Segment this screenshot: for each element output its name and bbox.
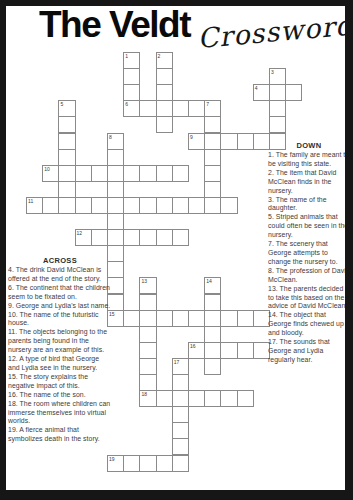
clue-item: 10. The name of the futuristic house. <box>8 311 112 329</box>
grid-cell[interactable] <box>58 133 75 150</box>
clue-number: 4 <box>255 85 258 91</box>
grid-cell[interactable] <box>156 455 173 472</box>
clue-number: 17 <box>174 359 180 365</box>
clue-item: 18. The room where children can immerse … <box>8 400 112 427</box>
grid-cell[interactable] <box>107 197 124 214</box>
clue-number: 19 <box>109 456 115 462</box>
clue-item: 13. The parents decided to take this bas… <box>268 285 350 312</box>
across-clue-list: 4. The drink David McClean is offered at… <box>8 266 112 444</box>
grid-cell[interactable] <box>139 165 156 182</box>
grid-cell[interactable] <box>123 197 140 214</box>
grid-cell[interactable] <box>107 213 124 230</box>
grid-cell[interactable] <box>91 197 108 214</box>
grid-cell[interactable] <box>172 229 189 246</box>
clue-number: 5 <box>60 101 63 107</box>
grid-cell[interactable] <box>156 165 173 182</box>
clue-item: 11. The objects belonging to the parents… <box>8 328 112 355</box>
across-clues-section: ACROSS 4. The drink David McClean is off… <box>8 256 112 444</box>
clue-number: 13 <box>141 278 147 284</box>
down-clue-list: 1. The family are meant to be visiting t… <box>268 151 350 365</box>
grid-cell[interactable] <box>139 310 156 327</box>
grid-cell[interactable] <box>156 390 173 407</box>
grid-cell[interactable] <box>172 374 189 391</box>
grid-cell[interactable] <box>75 197 92 214</box>
grid-cell[interactable] <box>220 133 237 150</box>
down-heading: DOWN <box>268 141 350 150</box>
clue-item: 14. The object that George finds chewed … <box>268 311 350 338</box>
grid-cell[interactable]: 4 <box>253 84 270 101</box>
clue-item: 2. The item that David McClean finds in … <box>268 169 350 196</box>
grid-cell[interactable]: 1 <box>123 52 140 69</box>
grid-cell[interactable]: 9 <box>188 133 205 150</box>
grid-cell[interactable] <box>204 165 221 182</box>
clue-item: 19. A fierce animal that symbolizes deat… <box>8 426 112 444</box>
grid-cell[interactable] <box>172 165 189 182</box>
grid-cell[interactable]: 6 <box>123 100 140 117</box>
clue-item: 5. Striped animals that could often be s… <box>268 213 350 240</box>
grid-cell[interactable] <box>204 197 221 214</box>
grid-cell[interactable] <box>172 422 189 439</box>
grid-cell[interactable] <box>156 68 173 85</box>
clue-number: 8 <box>109 134 112 140</box>
grid-cell[interactable] <box>123 84 140 101</box>
page-title: The Veldt <box>39 4 190 46</box>
grid-cell[interactable] <box>204 390 221 407</box>
grid-cell[interactable]: 19 <box>107 455 124 472</box>
clue-number: 14 <box>206 278 212 284</box>
grid-cell[interactable] <box>172 310 189 327</box>
grid-cell[interactable] <box>156 197 173 214</box>
worksheet-page: The Veldt Crossword 16234578159101112131… <box>0 0 353 500</box>
clue-number: 6 <box>125 101 128 107</box>
grid-cell[interactable]: 8 <box>107 133 124 150</box>
grid-cell[interactable] <box>237 342 254 359</box>
grid-cell[interactable]: 11 <box>26 197 43 214</box>
grid-cell[interactable] <box>58 165 75 182</box>
grid-cell[interactable] <box>188 100 205 117</box>
across-heading: ACROSS <box>8 256 112 265</box>
grid-cell[interactable] <box>139 374 156 391</box>
grid-cell[interactable] <box>188 197 205 214</box>
grid-cell[interactable] <box>139 229 156 246</box>
clue-number: 9 <box>190 134 193 140</box>
clue-item: 16. The name of the son. <box>8 391 112 400</box>
grid-cell[interactable] <box>204 310 221 327</box>
grid-cell[interactable]: 3 <box>269 68 286 85</box>
grid-cell[interactable] <box>42 197 59 214</box>
clue-number: 10 <box>44 166 50 172</box>
grid-cell[interactable] <box>58 116 75 133</box>
grid-cell[interactable] <box>188 310 205 327</box>
grid-cell[interactable] <box>139 197 156 214</box>
grid-cell[interactable] <box>237 310 254 327</box>
grid-cell[interactable]: 18 <box>139 390 156 407</box>
grid-cell[interactable]: 16 <box>188 342 205 359</box>
grid-cell[interactable] <box>107 165 124 182</box>
grid-cell[interactable] <box>204 133 221 150</box>
grid-cell[interactable] <box>107 149 124 166</box>
clue-number: 18 <box>141 391 147 397</box>
grid-cell[interactable] <box>156 116 173 133</box>
grid-cell[interactable] <box>237 133 254 150</box>
grid-cell[interactable] <box>123 165 140 182</box>
grid-cell[interactable] <box>75 165 92 182</box>
clue-number: 7 <box>206 101 209 107</box>
grid-cell[interactable] <box>237 390 254 407</box>
grid-cell[interactable] <box>172 197 189 214</box>
clue-item: 17. The sounds that George and Lydia reg… <box>268 338 350 365</box>
grid-cell[interactable] <box>204 342 221 359</box>
grid-cell[interactable] <box>172 438 189 455</box>
grid-cell[interactable] <box>107 181 124 198</box>
grid-cell[interactable] <box>139 358 156 375</box>
grid-cell[interactable] <box>123 229 140 246</box>
clue-number: 16 <box>190 343 196 349</box>
grid-cell[interactable] <box>204 358 221 375</box>
grid-cell[interactable] <box>269 100 286 117</box>
clue-number: 1 <box>125 53 128 59</box>
grid-cell[interactable] <box>204 181 221 198</box>
grid-cell[interactable] <box>156 229 173 246</box>
page-subtitle: Crossword <box>196 10 353 54</box>
clue-number: 12 <box>77 230 83 236</box>
grid-cell[interactable] <box>172 455 189 472</box>
grid-cell[interactable]: 13 <box>139 277 156 294</box>
grid-cell[interactable] <box>220 342 237 359</box>
clue-number: 11 <box>28 198 33 204</box>
grid-cell[interactable] <box>269 116 286 133</box>
grid-cell[interactable] <box>204 116 221 133</box>
grid-cell[interactable] <box>188 390 205 407</box>
grid-cell[interactable]: 17 <box>172 358 189 375</box>
grid-cell[interactable] <box>156 310 173 327</box>
clue-item: 4. The drink David McClean is offered at… <box>8 266 112 284</box>
grid-cell[interactable] <box>285 84 302 101</box>
grid-cell[interactable] <box>139 455 156 472</box>
grid-cell[interactable] <box>58 149 75 166</box>
grid-cell[interactable] <box>91 165 108 182</box>
grid-cell[interactable] <box>58 181 75 198</box>
grid-cell[interactable] <box>204 149 221 166</box>
grid-cell[interactable] <box>91 229 108 246</box>
grid-cell[interactable] <box>204 294 221 311</box>
clue-item: 15. The story explains the negative impa… <box>8 373 112 391</box>
grid-cell[interactable] <box>123 455 140 472</box>
grid-cell[interactable] <box>156 100 173 117</box>
clue-item: 9. George and Lydia's last name. <box>8 302 112 311</box>
grid-cell[interactable]: 14 <box>204 277 221 294</box>
clue-item: 8. The profession of David McClean. <box>268 267 350 285</box>
grid-cell[interactable] <box>172 390 189 407</box>
grid-cell[interactable]: 2 <box>156 52 173 69</box>
grid-cell[interactable]: 10 <box>42 165 59 182</box>
grid-cell[interactable] <box>107 229 124 246</box>
grid-cell[interactable]: 12 <box>75 229 92 246</box>
grid-cell[interactable] <box>139 294 156 311</box>
grid-cell[interactable] <box>220 390 237 407</box>
grid-cell[interactable] <box>123 310 140 327</box>
grid-cell[interactable] <box>156 84 173 101</box>
grid-cell[interactable] <box>139 326 156 343</box>
grid-cell[interactable]: 7 <box>204 100 221 117</box>
grid-cell[interactable] <box>139 100 156 117</box>
grid-cell[interactable] <box>123 68 140 85</box>
grid-cell[interactable] <box>204 326 221 343</box>
clue-item: 6. The continent that the children seem … <box>8 284 112 302</box>
clue-item: 3. The name of the daughter. <box>268 196 350 214</box>
grid-cell[interactable] <box>139 342 156 359</box>
grid-cell[interactable]: 5 <box>58 100 75 117</box>
down-clues-section: DOWN 1. The family are meant to be visit… <box>268 141 350 365</box>
grid-cell[interactable] <box>269 84 286 101</box>
grid-cell[interactable] <box>172 100 189 117</box>
clue-number: 2 <box>158 53 161 59</box>
clue-item: 1. The family are meant to be visiting t… <box>268 151 350 169</box>
clue-item: 12. A type of bird that George and Lydia… <box>8 355 112 373</box>
grid-cell[interactable] <box>172 406 189 423</box>
grid-cell[interactable] <box>58 197 75 214</box>
grid-cell[interactable] <box>220 197 237 214</box>
clue-number: 3 <box>271 69 274 75</box>
grid-cell[interactable] <box>220 310 237 327</box>
clue-item: 7. The scenery that George attempts to c… <box>268 240 350 267</box>
